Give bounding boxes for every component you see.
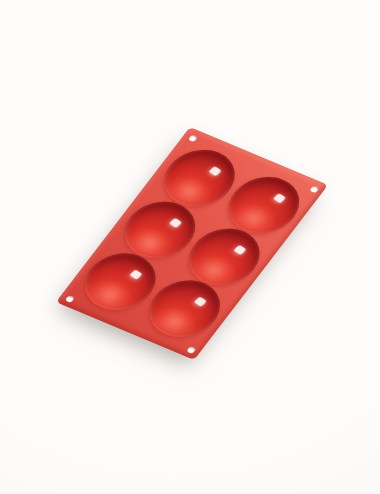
corner-hanging-hole [309,185,320,193]
cavity-gloss-reflection [147,301,203,339]
cavity-specular-highlight [209,166,222,176]
corner-hanging-hole [64,294,75,302]
cavity-specular-highlight [170,218,183,228]
cavity-gloss-reflection [83,274,139,312]
corner-hanging-hole [187,134,198,142]
baking-mold-sheet [56,127,328,360]
cavity-specular-highlight [194,296,207,306]
cavity-specular-highlight [234,245,247,255]
cavity-specular-highlight [273,193,286,203]
cavity-specular-highlight [130,269,143,279]
corner-hanging-hole [186,345,197,353]
product-photo-canvas [0,0,380,494]
